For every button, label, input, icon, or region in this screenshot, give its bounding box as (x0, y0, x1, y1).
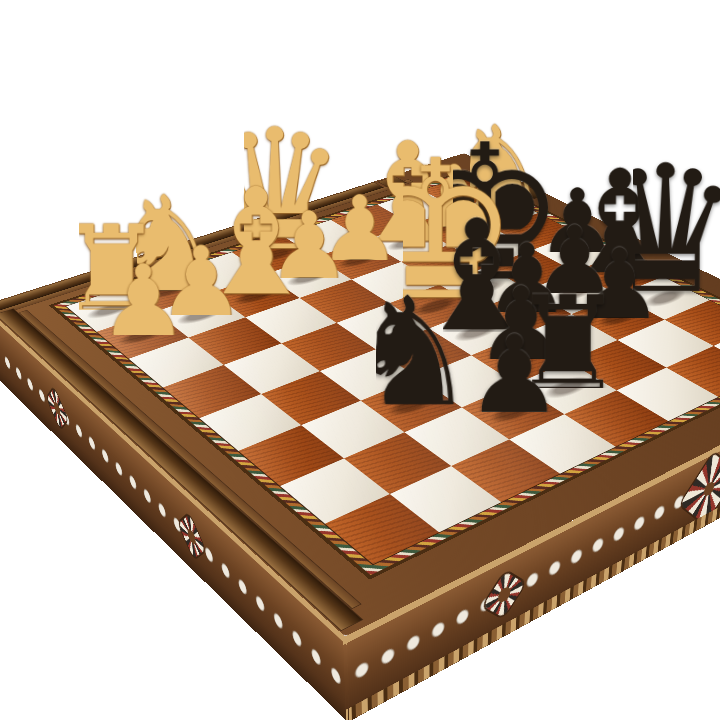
black-pawn[interactable]: ♟ (478, 173, 551, 422)
photo-stage: ♜♞♛♟♟♝♟♟♝♟♞♚♚♟♝♟♟♝♞♟♟♛♟♜ (0, 0, 720, 720)
chess-box: ♜♞♛♟♟♝♟♟♝♟♞♚♚♟♝♟♟♝♞♟♟♛♟♜ (0, 153, 720, 636)
black-knight[interactable]: ♞ (376, 168, 448, 415)
white-pawn[interactable]: ♟ (109, 116, 177, 345)
board-3d-wrapper: ♜♞♛♟♟♝♟♟♝♟♞♚♚♟♝♟♟♝♞♟♟♛♟♜ (0, 153, 720, 636)
